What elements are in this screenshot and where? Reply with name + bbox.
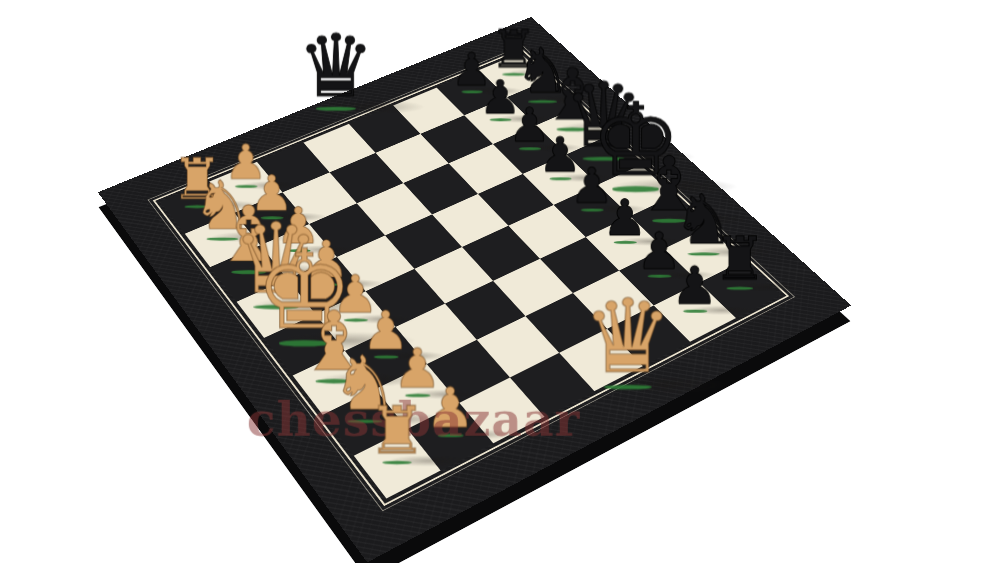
queen-glyph: ♛ bbox=[297, 23, 374, 109]
chessboard-frame: ♜♞♝♛♚♝♞♜♟♟♟♟♟♟♟♟♟♟♟♟♟♟♟♟♜♞♝♛♚♝♞♜♛♛ bbox=[98, 17, 851, 562]
felt-base bbox=[604, 385, 651, 390]
product-photo-stage: ♜♞♝♛♚♝♞♜♟♟♟♟♟♟♟♟♟♟♟♟♟♟♟♟♜♞♝♛♚♝♞♜♛♛ chess… bbox=[0, 0, 1000, 563]
display-black-queen: ♛ bbox=[267, 23, 405, 109]
felt-base bbox=[316, 107, 356, 111]
playing-field bbox=[160, 53, 780, 499]
